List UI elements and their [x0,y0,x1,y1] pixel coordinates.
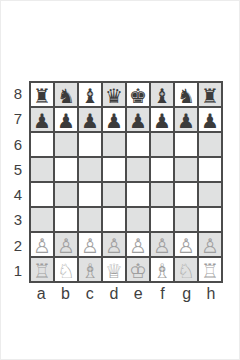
square-f4[interactable] [151,183,173,206]
piece-black-knight[interactable]: ♞ [177,85,195,106]
file-label-g: g [175,283,199,305]
square-f5[interactable] [151,158,173,181]
square-h4[interactable] [199,183,221,206]
piece-white-pawn[interactable]: ♙ [81,235,99,256]
square-c7[interactable]: ♟ [79,108,101,131]
square-g5[interactable] [175,158,197,181]
square-a6[interactable] [31,133,53,156]
piece-white-king[interactable]: ♔ [129,260,147,281]
square-a8[interactable]: ♜ [31,83,53,106]
square-d4[interactable] [103,183,125,206]
rank-label-1: 1 [3,258,25,283]
piece-white-rook[interactable]: ♖ [201,260,219,281]
square-a2[interactable]: ♙ [31,233,53,256]
square-d5[interactable] [103,158,125,181]
square-e8[interactable]: ♚ [127,83,149,106]
piece-white-pawn[interactable]: ♙ [177,235,195,256]
square-e2[interactable]: ♙ [127,233,149,256]
square-g2[interactable]: ♙ [175,233,197,256]
square-e3[interactable] [127,208,149,231]
square-b3[interactable] [55,208,77,231]
square-f1[interactable]: ♗ [151,258,173,281]
square-f6[interactable] [151,133,173,156]
square-h6[interactable] [199,133,221,156]
square-a1[interactable]: ♖ [31,258,53,281]
square-d1[interactable]: ♕ [103,258,125,281]
piece-black-pawn[interactable]: ♟ [201,110,219,131]
piece-white-bishop[interactable]: ♗ [81,260,99,281]
rank-label-4: 4 [3,182,25,207]
square-d8[interactable]: ♛ [103,83,125,106]
square-b1[interactable]: ♘ [55,258,77,281]
square-a3[interactable] [31,208,53,231]
rank-label-6: 6 [3,132,25,157]
square-c4[interactable] [79,183,101,206]
square-b7[interactable]: ♟ [55,108,77,131]
square-e4[interactable] [127,183,149,206]
square-d2[interactable]: ♙ [103,233,125,256]
square-h2[interactable]: ♙ [199,233,221,256]
rank-label-2: 2 [3,233,25,258]
square-h5[interactable] [199,158,221,181]
piece-white-pawn[interactable]: ♙ [105,235,123,256]
piece-white-pawn[interactable]: ♙ [33,235,51,256]
file-label-c: c [78,283,102,305]
page: 87654321 ♜♞♝♛♚♝♞♜♟♟♟♟♟♟♟♟♙♙♙♙♙♙♙♙♖♘♗♕♔♗♘… [0,0,240,360]
square-c1[interactable]: ♗ [79,258,101,281]
piece-black-bishop[interactable]: ♝ [81,85,99,106]
square-d7[interactable]: ♟ [103,108,125,131]
piece-white-pawn[interactable]: ♙ [153,235,171,256]
square-h8[interactable]: ♜ [199,83,221,106]
square-g6[interactable] [175,133,197,156]
file-label-f: f [150,283,174,305]
piece-white-knight[interactable]: ♘ [57,260,75,281]
piece-white-pawn[interactable]: ♙ [57,235,75,256]
square-c3[interactable] [79,208,101,231]
square-c6[interactable] [79,133,101,156]
square-c2[interactable]: ♙ [79,233,101,256]
square-a7[interactable]: ♟ [31,108,53,131]
piece-black-pawn[interactable]: ♟ [57,110,75,131]
file-label-b: b [53,283,77,305]
square-f7[interactable]: ♟ [151,108,173,131]
square-e7[interactable]: ♟ [127,108,149,131]
square-h7[interactable]: ♟ [199,108,221,131]
piece-white-knight[interactable]: ♘ [177,260,195,281]
file-label-d: d [102,283,126,305]
square-b4[interactable] [55,183,77,206]
file-label-e: e [126,283,150,305]
piece-black-king[interactable]: ♚ [129,85,147,106]
square-g1[interactable]: ♘ [175,258,197,281]
square-g8[interactable]: ♞ [175,83,197,106]
file-labels: abcdefgh [29,283,223,305]
square-c5[interactable] [79,158,101,181]
piece-black-pawn[interactable]: ♟ [129,110,147,131]
square-f8[interactable]: ♝ [151,83,173,106]
piece-black-pawn[interactable]: ♟ [33,110,51,131]
piece-black-knight[interactable]: ♞ [57,85,75,106]
piece-black-pawn[interactable]: ♟ [177,110,195,131]
square-d6[interactable] [103,133,125,156]
square-h1[interactable]: ♖ [199,258,221,281]
square-b2[interactable]: ♙ [55,233,77,256]
square-f2[interactable]: ♙ [151,233,173,256]
file-label-a: a [29,283,53,305]
piece-black-pawn[interactable]: ♟ [153,110,171,131]
piece-black-rook[interactable]: ♜ [201,85,219,106]
square-b8[interactable]: ♞ [55,83,77,106]
square-g4[interactable] [175,183,197,206]
square-g3[interactable] [175,208,197,231]
piece-black-bishop[interactable]: ♝ [153,85,171,106]
square-e1[interactable]: ♔ [127,258,149,281]
square-d3[interactable] [103,208,125,231]
file-label-h: h [199,283,223,305]
piece-white-pawn[interactable]: ♙ [129,235,147,256]
piece-black-pawn[interactable]: ♟ [81,110,99,131]
square-b5[interactable] [55,158,77,181]
square-h3[interactable] [199,208,221,231]
piece-white-rook[interactable]: ♖ [33,260,51,281]
square-a5[interactable] [31,158,53,181]
piece-white-pawn[interactable]: ♙ [201,235,219,256]
rank-labels: 87654321 [3,81,25,283]
square-e6[interactable] [127,133,149,156]
piece-black-rook[interactable]: ♜ [33,85,51,106]
piece-black-pawn[interactable]: ♟ [105,110,123,131]
square-a4[interactable] [31,183,53,206]
piece-black-queen[interactable]: ♛ [105,85,123,106]
piece-white-queen[interactable]: ♕ [105,260,123,281]
rank-label-8: 8 [3,81,25,106]
rank-label-7: 7 [3,106,25,131]
square-b6[interactable] [55,133,77,156]
rank-label-3: 3 [3,207,25,232]
square-e5[interactable] [127,158,149,181]
rank-label-5: 5 [3,157,25,182]
square-f3[interactable] [151,208,173,231]
chess-board: ♜♞♝♛♚♝♞♜♟♟♟♟♟♟♟♟♙♙♙♙♙♙♙♙♖♘♗♕♔♗♘♖ [29,81,223,283]
piece-white-bishop[interactable]: ♗ [153,260,171,281]
square-c8[interactable]: ♝ [79,83,101,106]
square-g7[interactable]: ♟ [175,108,197,131]
